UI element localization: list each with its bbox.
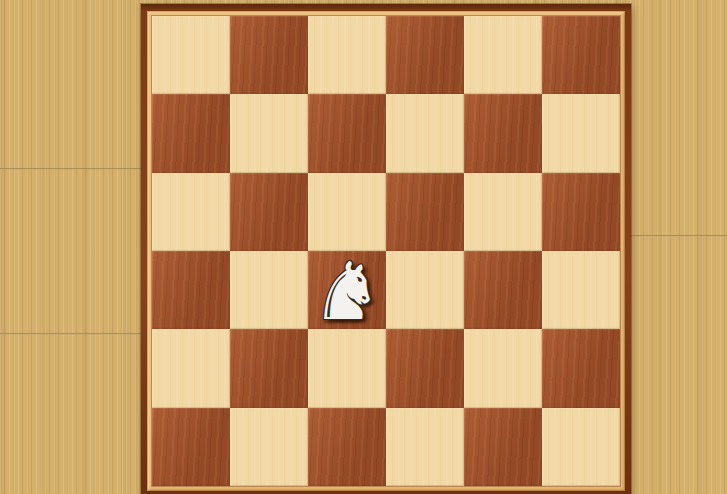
square-a3[interactable] [152,251,230,329]
square-a6[interactable] [152,16,230,94]
square-b2[interactable] [230,329,308,407]
square-e4[interactable] [464,173,542,251]
square-c3[interactable]: ♞ [308,251,386,329]
square-f5[interactable] [542,94,620,172]
square-f2[interactable] [542,329,620,407]
square-f4[interactable] [542,173,620,251]
square-d6[interactable] [386,16,464,94]
square-c2[interactable] [308,329,386,407]
square-c4[interactable] [308,173,386,251]
square-a4[interactable] [152,173,230,251]
square-d2[interactable] [386,329,464,407]
board-grid: ♞ [152,16,620,486]
wood-plank-seam [630,235,727,237]
square-a1[interactable] [152,408,230,486]
wood-plank-seam [0,168,142,170]
square-e1[interactable] [464,408,542,486]
chess-board: ♞ [141,4,631,494]
square-f6[interactable] [542,16,620,94]
square-b6[interactable] [230,16,308,94]
square-a5[interactable] [152,94,230,172]
square-b5[interactable] [230,94,308,172]
square-e2[interactable] [464,329,542,407]
square-e6[interactable] [464,16,542,94]
square-d3[interactable] [386,251,464,329]
square-e3[interactable] [464,251,542,329]
square-b3[interactable] [230,251,308,329]
square-b4[interactable] [230,173,308,251]
table-background: ♞ [0,0,727,494]
wood-plank-seam [0,333,142,335]
square-d4[interactable] [386,173,464,251]
square-e5[interactable] [464,94,542,172]
square-c6[interactable] [308,16,386,94]
square-c1[interactable] [308,408,386,486]
board-frame: ♞ [147,11,625,491]
square-d1[interactable] [386,408,464,486]
square-f1[interactable] [542,408,620,486]
square-b1[interactable] [230,408,308,486]
square-f3[interactable] [542,251,620,329]
square-a2[interactable] [152,329,230,407]
square-c5[interactable] [308,94,386,172]
white-knight[interactable]: ♞ [308,253,386,331]
square-d5[interactable] [386,94,464,172]
